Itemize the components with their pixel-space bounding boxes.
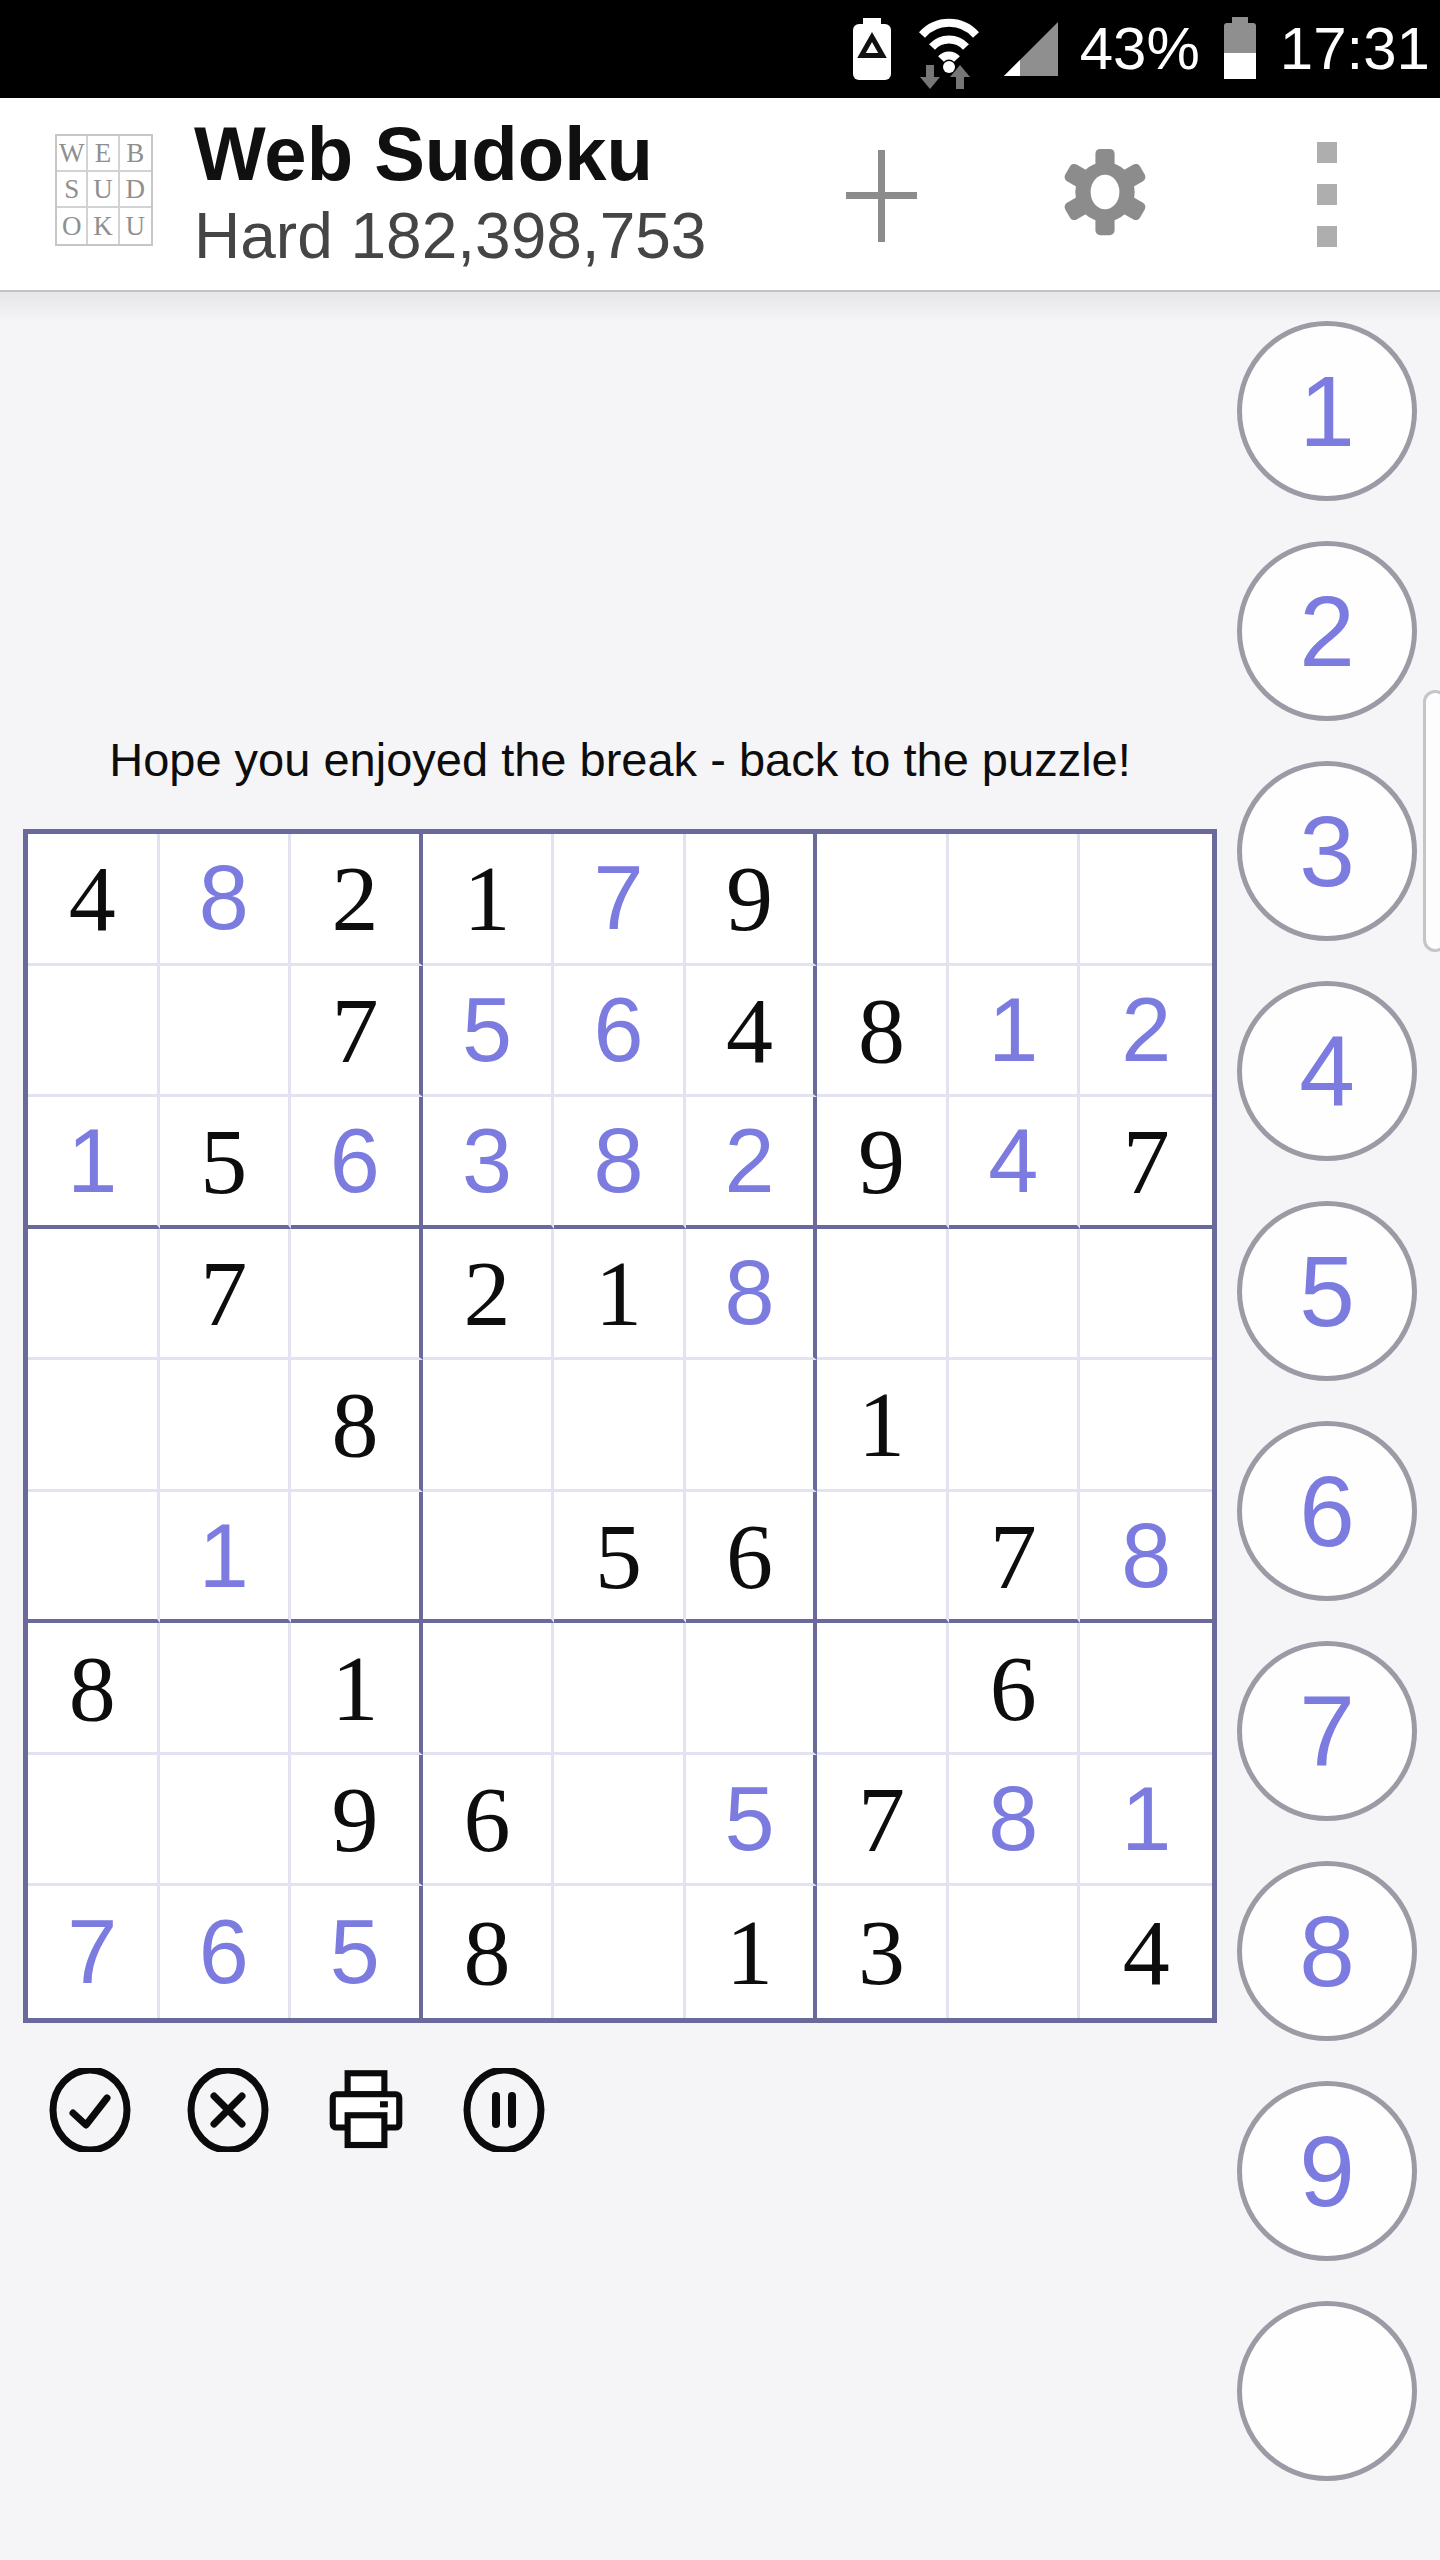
check-button[interactable] [48,2068,132,2152]
cell-r6c8[interactable]: 7 [949,1492,1081,1624]
given-digit: 7 [331,983,378,1077]
user-digit: 7 [67,1907,117,1997]
cell-r1c4[interactable]: 1 [423,834,555,966]
cell-r8c8[interactable]: 8 [949,1755,1081,1887]
status-bar: 43% 17:31 [0,0,1440,98]
cell-r1c7[interactable] [817,834,949,966]
user-digit: 4 [988,1116,1038,1206]
given-digit: 6 [463,1772,510,1866]
cell-r5c3[interactable]: 8 [291,1360,423,1492]
cell-r4c1[interactable] [28,1229,160,1361]
given-digit: 8 [331,1377,378,1471]
given-digit: 1 [595,1246,642,1340]
cell-r5c7[interactable]: 1 [817,1360,949,1492]
user-digit: 6 [330,1116,380,1206]
logo-letter: U [88,172,119,208]
cell-r7c1[interactable]: 8 [28,1623,160,1755]
given-digit: 9 [331,1772,378,1866]
cell-r2c9[interactable]: 2 [1080,966,1212,1098]
user-digit: 6 [593,985,643,1075]
numpad-digit: 1 [1299,361,1355,461]
given-digit: 9 [726,851,773,945]
cell-r7c8[interactable]: 6 [949,1623,1081,1755]
cell-r6c6[interactable]: 6 [686,1492,818,1624]
user-digit: 5 [462,985,512,1075]
cell-r4c8[interactable] [949,1229,1081,1361]
cell-r1c8[interactable] [949,834,1081,966]
given-digit: 5 [200,1114,247,1208]
check-circle-icon [48,2138,132,2155]
cell-r9c5[interactable] [554,1886,686,2018]
web-sudoku-logo: WEBSUDOKU [55,134,153,246]
user-digit: 1 [988,985,1038,1075]
print-button[interactable] [324,2068,408,2152]
given-digit: 1 [726,1905,773,1999]
cell-r5c5[interactable] [554,1360,686,1492]
given-digit: 1 [858,1377,905,1471]
battery-percent: 43% [1080,0,1200,98]
user-digit: 8 [725,1248,775,1338]
cell-r9c1[interactable]: 7 [28,1886,160,2018]
user-digit: 3 [462,1116,512,1206]
logo-letter: K [88,208,119,244]
numpad-5-button[interactable]: 5 [1237,1201,1417,1381]
cell-r7c7[interactable] [817,1623,949,1755]
given-digit: 8 [858,983,905,1077]
numpad-digit: 3 [1299,801,1355,901]
user-digit: 7 [593,853,643,943]
logo-letter: O [57,208,88,244]
cell-r3c1[interactable]: 1 [28,1097,160,1229]
cell-r2c4[interactable]: 5 [423,966,555,1098]
clock: 17:31 [1280,0,1430,98]
cell-r6c1[interactable] [28,1492,160,1624]
cell-r2c7[interactable]: 8 [817,966,949,1098]
cell-r1c2[interactable]: 8 [160,834,292,966]
numpad-2-button[interactable]: 2 [1237,541,1417,721]
given-digit: 7 [1123,1114,1170,1208]
clear-button[interactable] [186,2068,270,2152]
logo-letter: U [120,208,151,244]
page-title: Web Sudoku [194,110,706,198]
cell-r9c4[interactable]: 8 [423,1886,555,2018]
given-digit: 6 [990,1641,1037,1735]
cell-r9c9[interactable]: 4 [1080,1886,1212,2018]
numpad-digit: 7 [1299,1681,1355,1781]
numpad-6-button[interactable]: 6 [1237,1421,1417,1601]
cell-r3c2[interactable]: 5 [160,1097,292,1229]
numpad-4-button[interactable]: 4 [1237,981,1417,1161]
cell-r3c7[interactable]: 9 [817,1097,949,1229]
given-digit: 4 [726,983,773,1077]
cell-r3c8[interactable]: 4 [949,1097,1081,1229]
user-digit: 5 [725,1774,775,1864]
given-digit: 2 [463,1246,510,1340]
user-digit: 8 [593,1116,643,1206]
cell-r1c6[interactable]: 9 [686,834,818,966]
battery-saver-icon [848,16,896,82]
cell-r8c2[interactable] [160,1755,292,1887]
given-digit: 4 [69,851,116,945]
cell-r5c6[interactable] [686,1360,818,1492]
cell-r2c5[interactable]: 6 [554,966,686,1098]
given-digit: 2 [331,851,378,945]
cell-r8c6[interactable]: 5 [686,1755,818,1887]
overflow-menu-icon [1317,142,1337,247]
numpad-digit: 2 [1299,581,1355,681]
cell-r1c3[interactable]: 2 [291,834,423,966]
cell-r7c2[interactable] [160,1623,292,1755]
given-digit: 5 [595,1509,642,1603]
cell-r9c7[interactable]: 3 [817,1886,949,2018]
user-digit: 1 [199,1511,249,1601]
signal-icon [1002,20,1060,78]
cell-r2c2[interactable] [160,966,292,1098]
numpad-digit: 4 [1299,1021,1355,1121]
given-digit: 7 [990,1509,1037,1603]
numpad-digit: 6 [1299,1461,1355,1561]
cell-r1c9[interactable] [1080,834,1212,966]
given-digit: 3 [858,1905,905,1999]
cell-r8c5[interactable] [554,1755,686,1887]
cell-r9c3[interactable]: 5 [291,1886,423,2018]
numpad-digit: 8 [1299,1901,1355,2001]
bottom-toolbar [48,2068,546,2152]
cancel-circle-icon [186,2138,270,2155]
print-icon [324,2138,408,2155]
cell-r8c1[interactable] [28,1755,160,1887]
cell-r2c6[interactable]: 4 [686,966,818,1098]
web-sudoku-app: 43% 17:31 WEBSUDOKU Web Sudoku Hard 182,… [0,0,1440,2560]
given-digit: 6 [726,1509,773,1603]
cell-r4c9[interactable] [1080,1229,1212,1361]
cell-r4c7[interactable] [817,1229,949,1361]
cell-r1c1[interactable]: 4 [28,834,160,966]
cell-r4c6[interactable]: 8 [686,1229,818,1361]
cell-r7c5[interactable] [554,1623,686,1755]
cell-r4c2[interactable]: 7 [160,1229,292,1361]
scrollbar-thumb[interactable] [1423,690,1440,952]
cell-r2c3[interactable]: 7 [291,966,423,1098]
sudoku-board: 4821797564812156382947721881156788169657… [23,829,1217,2023]
logo-letter: B [120,136,151,172]
given-digit: 4 [1123,1905,1170,1999]
numpad-7-button[interactable]: 7 [1237,1641,1417,1821]
logo-letter: W [57,136,88,172]
cell-r3c9[interactable]: 7 [1080,1097,1212,1229]
cell-r8c7[interactable]: 7 [817,1755,949,1887]
user-digit: 8 [199,853,249,943]
given-digit: 1 [463,851,510,945]
numpad-9-button[interactable]: 9 [1237,2081,1417,2261]
cell-r5c1[interactable] [28,1360,160,1492]
given-digit: 8 [69,1641,116,1735]
numpad-digit: 9 [1299,2121,1355,2221]
given-digit: 9 [858,1114,905,1208]
given-digit: 8 [463,1905,510,1999]
cell-r4c4[interactable]: 2 [423,1229,555,1361]
menu-button[interactable] [1307,140,1347,248]
cell-r7c9[interactable] [1080,1623,1212,1755]
wifi-icon [916,7,982,91]
cell-r6c5[interactable]: 5 [554,1492,686,1624]
cell-r9c8[interactable] [949,1886,1081,2018]
user-digit: 1 [67,1116,117,1206]
pause-button[interactable] [462,2068,546,2152]
numpad-3-button[interactable]: 3 [1237,761,1417,941]
cell-r7c3[interactable]: 1 [291,1623,423,1755]
battery-icon [1220,17,1260,81]
new-game-button[interactable] [846,150,917,242]
cell-r3c5[interactable]: 8 [554,1097,686,1229]
titles: Web Sudoku Hard 182,398,753 [194,110,706,272]
cell-r3c3[interactable]: 6 [291,1097,423,1229]
cell-r6c7[interactable] [817,1492,949,1624]
cell-r1c5[interactable]: 7 [554,834,686,966]
cell-r8c4[interactable]: 6 [423,1755,555,1887]
cell-r6c2[interactable]: 1 [160,1492,292,1624]
logo-letter: E [88,136,119,172]
cell-r5c4[interactable] [423,1360,555,1492]
logo-letter: S [57,172,88,208]
cell-r4c3[interactable] [291,1229,423,1361]
logo-letter: D [120,172,151,208]
header: WEBSUDOKU Web Sudoku Hard 182,398,753 [0,98,1440,292]
given-digit: 7 [858,1772,905,1866]
pause-circle-icon [462,2138,546,2155]
given-digit: 1 [331,1641,378,1735]
cell-r2c8[interactable]: 1 [949,966,1081,1098]
cell-r3c6[interactable]: 2 [686,1097,818,1229]
cell-r3c4[interactable]: 3 [423,1097,555,1229]
cell-r9c2[interactable]: 6 [160,1886,292,2018]
cell-r8c3[interactable]: 9 [291,1755,423,1887]
cell-r2c1[interactable] [28,966,160,1098]
settings-button[interactable] [1059,148,1151,240]
numpad-8-button[interactable]: 8 [1237,1861,1417,2041]
numpad-erase-button[interactable] [1237,2301,1417,2481]
user-digit: 8 [988,1774,1038,1864]
cell-r4c5[interactable]: 1 [554,1229,686,1361]
given-digit: 7 [200,1246,247,1340]
puzzle-subtitle: Hard 182,398,753 [194,200,706,272]
cell-r5c8[interactable] [949,1360,1081,1492]
number-pad: 123456789 [1237,321,1417,2481]
cell-r9c6[interactable]: 1 [686,1886,818,2018]
numpad-1-button[interactable]: 1 [1237,321,1417,501]
user-digit: 2 [725,1116,775,1206]
user-digit: 5 [330,1907,380,1997]
cell-r7c6[interactable] [686,1623,818,1755]
cell-r8c9[interactable]: 1 [1080,1755,1212,1887]
user-digit: 1 [1121,1774,1171,1864]
cell-r5c2[interactable] [160,1360,292,1492]
user-digit: 6 [199,1907,249,1997]
user-digit: 2 [1121,985,1171,1075]
numpad-digit: 5 [1299,1241,1355,1341]
user-digit: 8 [1121,1511,1171,1601]
cell-r7c4[interactable] [423,1623,555,1755]
gear-icon [1059,146,1151,242]
cell-r6c9[interactable]: 8 [1080,1492,1212,1624]
plus-icon [846,150,917,242]
cell-r6c4[interactable] [423,1492,555,1624]
cell-r5c9[interactable] [1080,1360,1212,1492]
header-shadow [0,292,1440,322]
cell-r6c3[interactable] [291,1492,423,1624]
status-message: Hope you enjoyed the break - back to the… [23,732,1217,787]
